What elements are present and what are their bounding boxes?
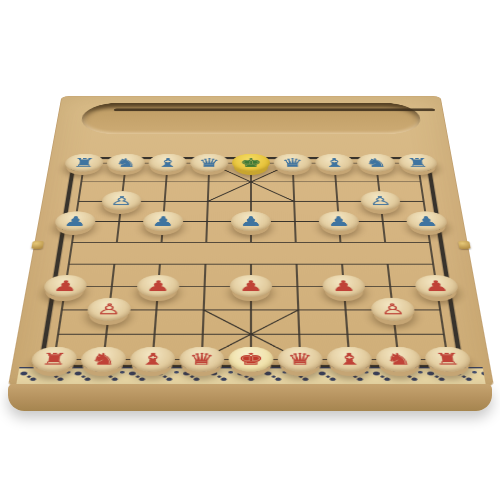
black-soldier-piece[interactable]: ♟: [231, 211, 271, 231]
hinge-left-icon: [31, 241, 44, 249]
board-front-edge: [8, 384, 492, 411]
red-soldier-piece[interactable]: ♟: [230, 275, 273, 297]
black-advisor-piece[interactable]: ♛: [274, 154, 313, 172]
red-advisor-piece[interactable]: ♛: [278, 346, 324, 371]
red-elephant-piece[interactable]: ♝: [326, 346, 373, 371]
board-plane: ♜♞♝♛♚♛♝♞♜♙♙♟♟♟♟♟♟♟♟♟♟♙♙♜♞♝♛♚♛♝♞♜: [8, 96, 494, 387]
red-general-piece[interactable]: ♚: [228, 346, 273, 371]
black-elephant-piece[interactable]: ♝: [315, 154, 354, 172]
board-grid: [9, 96, 493, 386]
black-soldier-piece[interactable]: ♟: [318, 211, 359, 231]
black-horse-piece[interactable]: ♞: [356, 154, 396, 172]
black-general-piece[interactable]: ♚: [232, 154, 270, 172]
hinge-right-icon: [458, 241, 471, 249]
photo-scene: ♜♞♝♛♚♛♝♞♜♙♙♟♟♟♟♟♟♟♟♟♟♙♙♜♞♝♛♚♛♝♞♜: [0, 0, 500, 500]
red-soldier-piece[interactable]: ♟: [322, 275, 366, 297]
red-advisor-piece[interactable]: ♛: [179, 346, 225, 371]
